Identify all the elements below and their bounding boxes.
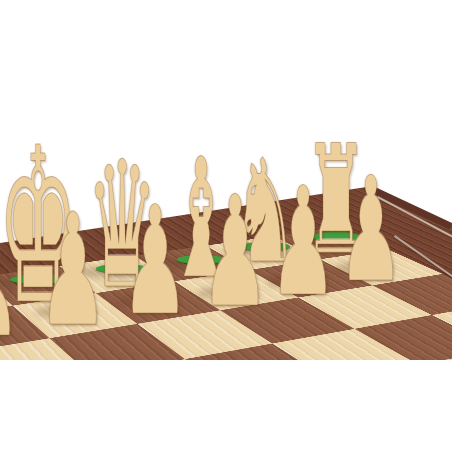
white-pawn-glyph: ♟ bbox=[121, 186, 188, 336]
white-pawn-glyph: ♟ bbox=[38, 193, 107, 348]
white-pawn-glyph: ♟ bbox=[0, 208, 21, 358]
white-pawn-glyph: ♟ bbox=[269, 167, 336, 317]
chess-product-photo: ♚♛♝♞♜♟♟♟♟♟♟ bbox=[0, 0, 452, 452]
pieces-layer: ♚♛♝♞♜♟♟♟♟♟♟ bbox=[0, 0, 452, 452]
white-pawn-glyph: ♟ bbox=[339, 157, 404, 302]
white-pawn-glyph: ♟ bbox=[201, 176, 270, 329]
